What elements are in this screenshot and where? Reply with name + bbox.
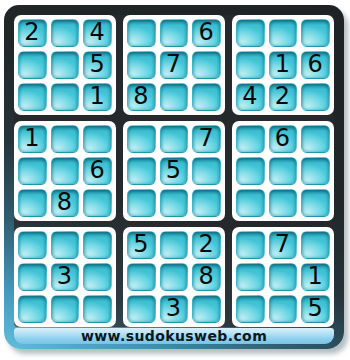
sudoku-cell-r8c6[interactable]: 8	[192, 263, 221, 291]
sudoku-cell-r3c6[interactable]	[192, 83, 221, 111]
sudoku-cell-r4c6[interactable]: 7	[192, 125, 221, 153]
sudoku-cell-r2c9[interactable]: 6	[301, 51, 330, 79]
sudoku-cell-r6c1[interactable]	[18, 189, 47, 217]
sudoku-cell-r5c4[interactable]	[127, 157, 156, 185]
sudoku-cell-r1c3[interactable]: 4	[83, 19, 112, 47]
sudoku-cell-r1c4[interactable]	[127, 19, 156, 47]
sudoku-box-1: 2451	[14, 15, 116, 115]
sudoku-cell-r6c8[interactable]	[269, 189, 298, 217]
sudoku-cell-r2c6[interactable]	[192, 51, 221, 79]
sudoku-box-8: 5283	[123, 227, 225, 327]
sudoku-cell-r2c1[interactable]	[18, 51, 47, 79]
sudoku-cell-r2c2[interactable]	[51, 51, 80, 79]
sudoku-cell-r6c9[interactable]	[301, 189, 330, 217]
sudoku-cell-r2c3[interactable]: 5	[83, 51, 112, 79]
sudoku-cell-r6c3[interactable]	[83, 189, 112, 217]
sudoku-box-3: 1642	[232, 15, 334, 115]
page: 2451678164216875635283715 www.sudokusweb…	[0, 0, 350, 360]
footer-bar: www.sudokusweb.com	[14, 328, 334, 344]
sudoku-cell-r7c5[interactable]	[160, 231, 189, 259]
sudoku-cell-r7c8[interactable]: 7	[269, 231, 298, 259]
sudoku-box-6: 6	[232, 121, 334, 221]
sudoku-cell-r5c6[interactable]	[192, 157, 221, 185]
sudoku-cell-r9c6[interactable]	[192, 295, 221, 323]
sudoku-cell-r2c7[interactable]	[236, 51, 265, 79]
sudoku-cell-r8c7[interactable]	[236, 263, 265, 291]
sudoku-cell-r8c2[interactable]: 3	[51, 263, 80, 291]
sudoku-box-5: 75	[123, 121, 225, 221]
sudoku-cell-r6c6[interactable]	[192, 189, 221, 217]
sudoku-cell-r2c5[interactable]: 7	[160, 51, 189, 79]
sudoku-cell-r6c4[interactable]	[127, 189, 156, 217]
sudoku-cell-r1c6[interactable]: 6	[192, 19, 221, 47]
sudoku-cell-r4c8[interactable]: 6	[269, 125, 298, 153]
sudoku-cell-r6c7[interactable]	[236, 189, 265, 217]
sudoku-cell-r3c9[interactable]	[301, 83, 330, 111]
sudoku-cell-r9c2[interactable]	[51, 295, 80, 323]
sudoku-cell-r9c9[interactable]: 5	[301, 295, 330, 323]
sudoku-cell-r4c4[interactable]	[127, 125, 156, 153]
sudoku-cell-r5c8[interactable]	[269, 157, 298, 185]
sudoku-cell-r5c3[interactable]: 6	[83, 157, 112, 185]
puzzle-frame: 2451678164216875635283715 www.sudokusweb…	[4, 5, 344, 349]
sudoku-cell-r4c9[interactable]	[301, 125, 330, 153]
sudoku-box-2: 678	[123, 15, 225, 115]
sudoku-cell-r5c9[interactable]	[301, 157, 330, 185]
sudoku-cell-r9c8[interactable]	[269, 295, 298, 323]
sudoku-cell-r1c5[interactable]	[160, 19, 189, 47]
sudoku-cell-r6c2[interactable]: 8	[51, 189, 80, 217]
sudoku-cell-r9c1[interactable]	[18, 295, 47, 323]
sudoku-cell-r4c1[interactable]: 1	[18, 125, 47, 153]
sudoku-cell-r8c4[interactable]	[127, 263, 156, 291]
sudoku-cell-r3c4[interactable]: 8	[127, 83, 156, 111]
sudoku-cell-r3c3[interactable]: 1	[83, 83, 112, 111]
sudoku-cell-r4c3[interactable]	[83, 125, 112, 153]
sudoku-cell-r7c9[interactable]	[301, 231, 330, 259]
sudoku-cell-r5c7[interactable]	[236, 157, 265, 185]
sudoku-cell-r1c1[interactable]: 2	[18, 19, 47, 47]
sudoku-cell-r3c1[interactable]	[18, 83, 47, 111]
sudoku-box-9: 715	[232, 227, 334, 327]
sudoku-cell-r1c9[interactable]	[301, 19, 330, 47]
sudoku-cell-r7c2[interactable]	[51, 231, 80, 259]
sudoku-cell-r5c5[interactable]: 5	[160, 157, 189, 185]
sudoku-cell-r3c7[interactable]: 4	[236, 83, 265, 111]
sudoku-cell-r8c3[interactable]	[83, 263, 112, 291]
sudoku-cell-r4c7[interactable]	[236, 125, 265, 153]
sudoku-cell-r3c8[interactable]: 2	[269, 83, 298, 111]
sudoku-box-7: 3	[14, 227, 116, 327]
site-url[interactable]: www.sudokusweb.com	[81, 328, 267, 344]
sudoku-cell-r7c6[interactable]: 2	[192, 231, 221, 259]
sudoku-cell-r4c5[interactable]	[160, 125, 189, 153]
sudoku-cell-r1c8[interactable]	[269, 19, 298, 47]
sudoku-cell-r7c1[interactable]	[18, 231, 47, 259]
sudoku-cell-r4c2[interactable]	[51, 125, 80, 153]
sudoku-cell-r9c7[interactable]	[236, 295, 265, 323]
sudoku-cell-r5c2[interactable]	[51, 157, 80, 185]
sudoku-cell-r1c2[interactable]	[51, 19, 80, 47]
sudoku-cell-r8c8[interactable]	[269, 263, 298, 291]
sudoku-cell-r9c4[interactable]	[127, 295, 156, 323]
sudoku-cell-r7c3[interactable]	[83, 231, 112, 259]
sudoku-cell-r9c5[interactable]: 3	[160, 295, 189, 323]
sudoku-cell-r6c5[interactable]	[160, 189, 189, 217]
sudoku-cell-r7c7[interactable]	[236, 231, 265, 259]
sudoku-cell-r8c9[interactable]: 1	[301, 263, 330, 291]
sudoku-cell-r5c1[interactable]	[18, 157, 47, 185]
sudoku-cell-r8c1[interactable]	[18, 263, 47, 291]
sudoku-cell-r9c3[interactable]	[83, 295, 112, 323]
sudoku-cell-r7c4[interactable]: 5	[127, 231, 156, 259]
sudoku-cell-r3c5[interactable]	[160, 83, 189, 111]
sudoku-cell-r2c8[interactable]: 1	[269, 51, 298, 79]
sudoku-cell-r3c2[interactable]	[51, 83, 80, 111]
sudoku-box-4: 168	[14, 121, 116, 221]
sudoku-cell-r8c5[interactable]	[160, 263, 189, 291]
sudoku-board: 2451678164216875635283715	[14, 15, 334, 327]
sudoku-cell-r2c4[interactable]	[127, 51, 156, 79]
sudoku-cell-r1c7[interactable]	[236, 19, 265, 47]
